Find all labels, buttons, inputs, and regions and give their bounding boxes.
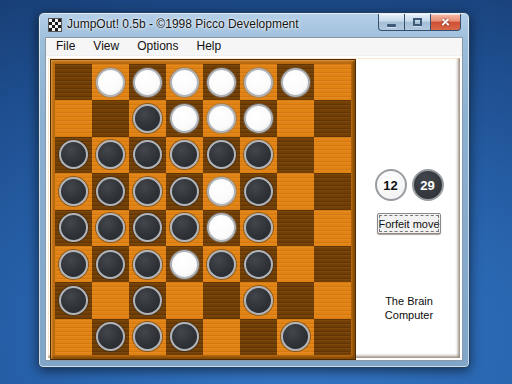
white-piece[interactable] — [207, 213, 236, 242]
board-square-r3c8[interactable] — [314, 137, 351, 173]
black-piece[interactable] — [207, 250, 236, 279]
board-square-r1c4[interactable] — [166, 64, 203, 100]
board-square-r3c7[interactable] — [277, 137, 314, 173]
board-square-r1c5[interactable] — [203, 64, 240, 100]
board-square-r6c4[interactable] — [166, 246, 203, 282]
app-checkerboard-icon — [48, 18, 62, 32]
white-piece-counter: 12 — [375, 169, 407, 201]
board-square-r5c6[interactable] — [240, 210, 277, 246]
black-piece[interactable] — [207, 140, 236, 169]
black-piece[interactable] — [133, 286, 162, 315]
bottom-player-label: The Brain Computer — [358, 294, 460, 322]
caption-buttons — [378, 14, 461, 31]
menu-view[interactable]: View — [84, 38, 128, 55]
black-piece[interactable] — [96, 177, 125, 206]
board-square-r8c7[interactable] — [277, 319, 314, 355]
board-square-r8c6[interactable] — [240, 319, 277, 355]
black-piece[interactable] — [244, 177, 273, 206]
black-piece[interactable] — [244, 213, 273, 242]
board-square-r6c1[interactable] — [55, 246, 92, 282]
close-icon — [438, 15, 453, 30]
black-piece[interactable] — [133, 322, 162, 351]
black-piece[interactable] — [96, 250, 125, 279]
black-piece[interactable] — [244, 286, 273, 315]
board-square-r7c6[interactable] — [240, 282, 277, 318]
black-piece[interactable] — [170, 177, 199, 206]
white-piece[interactable] — [170, 250, 199, 279]
board-square-r4c2[interactable] — [92, 173, 129, 209]
black-piece[interactable] — [96, 213, 125, 242]
top-player-role: Human — [358, 86, 460, 100]
white-piece[interactable] — [244, 104, 273, 133]
board-square-r2c6[interactable] — [240, 100, 277, 136]
white-piece[interactable] — [170, 104, 199, 133]
board-square-r4c6[interactable] — [240, 173, 277, 209]
board-square-r1c7[interactable] — [277, 64, 314, 100]
menu-help[interactable]: Help — [188, 38, 231, 55]
white-piece[interactable] — [170, 68, 199, 97]
board-square-r2c5[interactable] — [203, 100, 240, 136]
white-piece[interactable] — [207, 68, 236, 97]
black-piece[interactable] — [59, 286, 88, 315]
black-piece[interactable] — [59, 213, 88, 242]
board-square-r8c3[interactable] — [129, 319, 166, 355]
board-square-r3c4[interactable] — [166, 137, 203, 173]
wood-panel: Picco Human 12 29 Forfeit move The Brain… — [48, 58, 460, 358]
board-square-r5c3[interactable] — [129, 210, 166, 246]
board-square-r2c1[interactable] — [55, 100, 92, 136]
board-square-r5c2[interactable] — [92, 210, 129, 246]
black-piece[interactable] — [59, 250, 88, 279]
board-square-r4c8[interactable] — [314, 173, 351, 209]
titlebar[interactable]: JumpOut! 0.5b - ©1998 Picco Development — [39, 13, 469, 37]
forfeit-move-button[interactable]: Forfeit move — [377, 213, 441, 234]
board-grid — [55, 64, 351, 355]
board-square-r7c5[interactable] — [203, 282, 240, 318]
maximize-icon — [413, 18, 422, 26]
board-square-r6c5[interactable] — [203, 246, 240, 282]
board-square-r8c4[interactable] — [166, 319, 203, 355]
board-square-r5c4[interactable] — [166, 210, 203, 246]
bottom-player-role: Computer — [358, 308, 460, 322]
board-square-r4c3[interactable] — [129, 173, 166, 209]
board-square-r5c8[interactable] — [314, 210, 351, 246]
black-piece[interactable] — [96, 140, 125, 169]
board-square-r7c1[interactable] — [55, 282, 92, 318]
board-square-r4c4[interactable] — [166, 173, 203, 209]
black-piece[interactable] — [170, 322, 199, 351]
black-piece[interactable] — [244, 140, 273, 169]
board-square-r7c3[interactable] — [129, 282, 166, 318]
menu-file[interactable]: File — [47, 38, 84, 55]
board-square-r2c8[interactable] — [314, 100, 351, 136]
board-square-r6c6[interactable] — [240, 246, 277, 282]
board-square-r3c1[interactable] — [55, 137, 92, 173]
board-square-r6c3[interactable] — [129, 246, 166, 282]
white-piece[interactable] — [96, 68, 125, 97]
client-area: Picco Human 12 29 Forfeit move The Brain… — [46, 56, 462, 360]
menubar: File View Options Help — [46, 38, 462, 56]
board-square-r2c4[interactable] — [166, 100, 203, 136]
board-square-r7c2[interactable] — [92, 282, 129, 318]
white-piece[interactable] — [207, 177, 236, 206]
board-square-r7c7[interactable] — [277, 282, 314, 318]
board-square-r5c5[interactable] — [203, 210, 240, 246]
board-square-r6c2[interactable] — [92, 246, 129, 282]
black-piece[interactable] — [170, 140, 199, 169]
board-square-r4c5[interactable] — [203, 173, 240, 209]
board-square-r2c7[interactable] — [277, 100, 314, 136]
board-square-r6c8[interactable] — [314, 246, 351, 282]
black-piece[interactable] — [133, 250, 162, 279]
board-frame — [50, 59, 356, 360]
board-square-r8c5[interactable] — [203, 319, 240, 355]
black-piece[interactable] — [281, 322, 310, 351]
piece-counters: 12 29 — [358, 169, 460, 201]
black-piece[interactable] — [96, 322, 125, 351]
board-square-r8c8[interactable] — [314, 319, 351, 355]
black-piece[interactable] — [133, 177, 162, 206]
maximize-button[interactable] — [405, 14, 431, 31]
black-piece[interactable] — [170, 213, 199, 242]
board-square-r7c4[interactable] — [166, 282, 203, 318]
board-square-r3c3[interactable] — [129, 137, 166, 173]
board-square-r7c8[interactable] — [314, 282, 351, 318]
black-piece-counter: 29 — [412, 169, 444, 201]
board-square-r6c7[interactable] — [277, 246, 314, 282]
window-title: JumpOut! 0.5b - ©1998 Picco Development — [67, 17, 299, 31]
menu-options[interactable]: Options — [128, 38, 187, 55]
app-window: JumpOut! 0.5b - ©1998 Picco Development … — [38, 12, 470, 368]
board-square-r3c5[interactable] — [203, 137, 240, 173]
board-square-r4c1[interactable] — [55, 173, 92, 209]
black-piece[interactable] — [133, 140, 162, 169]
board-square-r1c1[interactable] — [55, 64, 92, 100]
black-piece[interactable] — [133, 213, 162, 242]
white-piece[interactable] — [133, 68, 162, 97]
top-player-label: Picco Human — [358, 72, 460, 100]
board-square-r1c3[interactable] — [129, 64, 166, 100]
minimize-button[interactable] — [378, 14, 405, 31]
black-piece[interactable] — [244, 250, 273, 279]
window-content: File View Options Help Picco Human — [45, 37, 463, 361]
board-square-r1c6[interactable] — [240, 64, 277, 100]
black-piece[interactable] — [59, 177, 88, 206]
sidebar: Picco Human 12 29 Forfeit move The Brain… — [358, 58, 460, 358]
black-piece[interactable] — [133, 104, 162, 133]
black-piece[interactable] — [59, 140, 88, 169]
white-piece[interactable] — [281, 68, 310, 97]
bottom-player-name: The Brain — [358, 294, 460, 308]
board-square-r2c2[interactable] — [92, 100, 129, 136]
top-player-name: Picco — [358, 72, 460, 86]
close-button[interactable] — [431, 14, 461, 31]
white-piece[interactable] — [207, 104, 236, 133]
board-square-r1c2[interactable] — [92, 64, 129, 100]
board-square-r8c1[interactable] — [55, 319, 92, 355]
board-square-r3c6[interactable] — [240, 137, 277, 173]
board-square-r2c3[interactable] — [129, 100, 166, 136]
white-piece[interactable] — [244, 68, 273, 97]
board-square-r5c1[interactable] — [55, 210, 92, 246]
minimize-icon — [387, 24, 396, 27]
board-square-r5c7[interactable] — [277, 210, 314, 246]
desktop-background: JumpOut! 0.5b - ©1998 Picco Development … — [0, 0, 512, 384]
board-square-r8c2[interactable] — [92, 319, 129, 355]
board-square-r1c8[interactable] — [314, 64, 351, 100]
board-square-r3c2[interactable] — [92, 137, 129, 173]
board-square-r4c7[interactable] — [277, 173, 314, 209]
